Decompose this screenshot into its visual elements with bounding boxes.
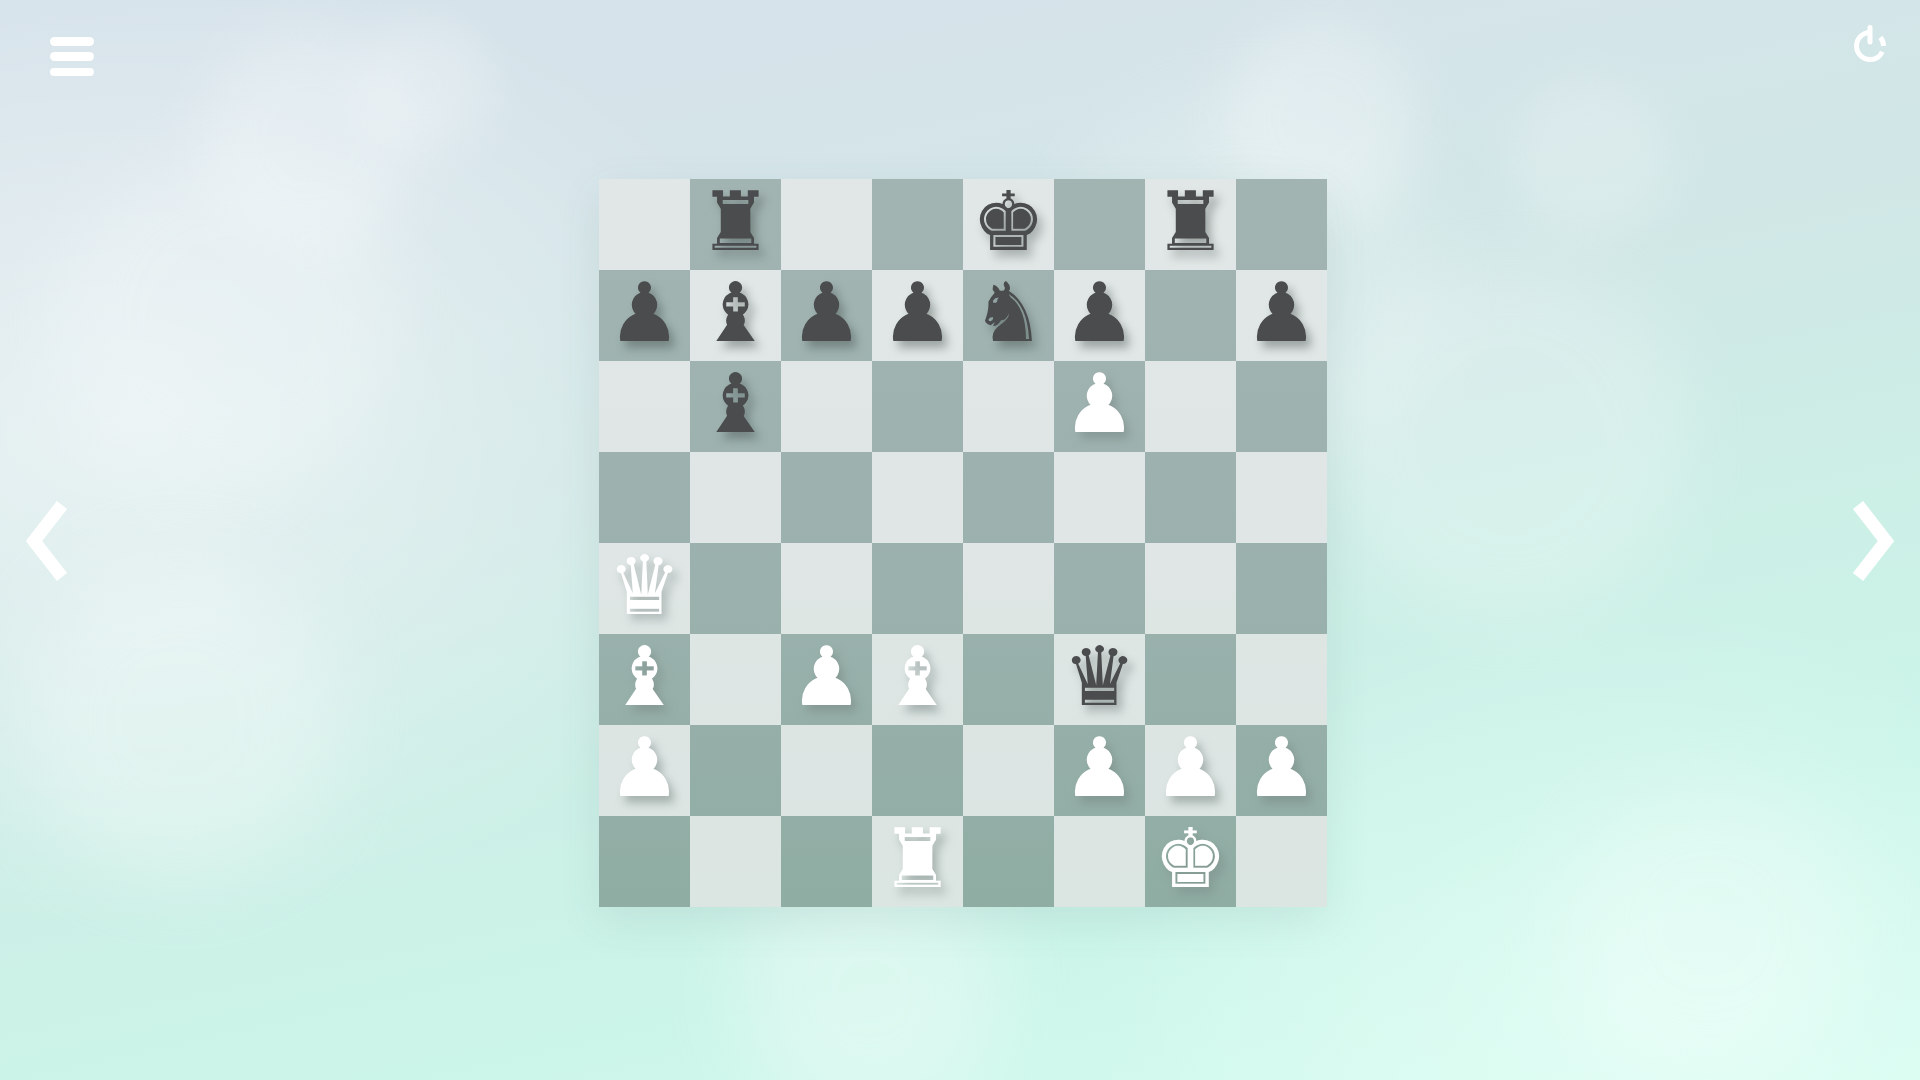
black-king[interactable]: ♚ xyxy=(972,181,1046,263)
square-b1[interactable] xyxy=(690,816,781,907)
bokeh-circle xyxy=(1330,260,1690,620)
square-e3[interactable] xyxy=(963,634,1054,725)
bokeh-circle xyxy=(360,20,490,150)
black-pawn[interactable]: ♟ xyxy=(608,272,682,354)
square-e2[interactable] xyxy=(963,725,1054,816)
square-f3[interactable]: ♛ xyxy=(1054,634,1145,725)
square-h1[interactable] xyxy=(1236,816,1327,907)
square-f5[interactable] xyxy=(1054,452,1145,543)
square-d1[interactable]: ♜ xyxy=(872,816,963,907)
chevron-left-icon xyxy=(24,499,72,583)
square-f2[interactable]: ♟ xyxy=(1054,725,1145,816)
square-e6[interactable] xyxy=(963,361,1054,452)
square-d4[interactable] xyxy=(872,543,963,634)
square-f6[interactable]: ♟ xyxy=(1054,361,1145,452)
square-h3[interactable] xyxy=(1236,634,1327,725)
square-c2[interactable] xyxy=(781,725,872,816)
square-c3[interactable]: ♟ xyxy=(781,634,872,725)
square-g1[interactable]: ♚ xyxy=(1145,816,1236,907)
square-b7[interactable]: ♝ xyxy=(690,270,781,361)
square-a7[interactable]: ♟ xyxy=(599,270,690,361)
square-a3[interactable]: ♝ xyxy=(599,634,690,725)
square-d7[interactable]: ♟ xyxy=(872,270,963,361)
white-pawn[interactable]: ♟ xyxy=(790,636,864,718)
square-e4[interactable] xyxy=(963,543,1054,634)
black-queen[interactable]: ♛ xyxy=(1063,636,1137,718)
black-bishop[interactable]: ♝ xyxy=(699,363,773,445)
bokeh-circle xyxy=(20,560,340,880)
square-g6[interactable] xyxy=(1145,361,1236,452)
square-c4[interactable] xyxy=(781,543,872,634)
square-g5[interactable] xyxy=(1145,452,1236,543)
white-bishop[interactable]: ♝ xyxy=(881,636,955,718)
white-bishop[interactable]: ♝ xyxy=(608,636,682,718)
square-b3[interactable] xyxy=(690,634,781,725)
square-c7[interactable]: ♟ xyxy=(781,270,872,361)
bokeh-circle xyxy=(200,30,420,250)
square-g8[interactable]: ♜ xyxy=(1145,179,1236,270)
white-pawn[interactable]: ♟ xyxy=(1245,727,1319,809)
power-icon xyxy=(1850,24,1890,64)
square-a4[interactable]: ♛ xyxy=(599,543,690,634)
bokeh-circle xyxy=(1510,80,1670,240)
square-h4[interactable] xyxy=(1236,543,1327,634)
square-c1[interactable] xyxy=(781,816,872,907)
square-a2[interactable]: ♟ xyxy=(599,725,690,816)
bokeh-circle xyxy=(60,150,400,490)
square-g3[interactable] xyxy=(1145,634,1236,725)
square-a8[interactable] xyxy=(599,179,690,270)
square-h5[interactable] xyxy=(1236,452,1327,543)
black-knight[interactable]: ♞ xyxy=(972,272,1046,354)
black-pawn[interactable]: ♟ xyxy=(881,272,955,354)
white-pawn[interactable]: ♟ xyxy=(1063,363,1137,445)
white-king[interactable]: ♚ xyxy=(1154,818,1228,900)
square-e7[interactable]: ♞ xyxy=(963,270,1054,361)
square-g2[interactable]: ♟ xyxy=(1145,725,1236,816)
square-a1[interactable] xyxy=(599,816,690,907)
white-pawn[interactable]: ♟ xyxy=(1063,727,1137,809)
white-pawn[interactable]: ♟ xyxy=(608,727,682,809)
square-d5[interactable] xyxy=(872,452,963,543)
square-b4[interactable] xyxy=(690,543,781,634)
square-f1[interactable] xyxy=(1054,816,1145,907)
chess-board[interactable]: ♜♚♜♟♝♟♟♞♟♟♝♟♛♝♟♝♛♟♟♟♟♜♚ xyxy=(599,179,1327,907)
square-f8[interactable] xyxy=(1054,179,1145,270)
square-g4[interactable] xyxy=(1145,543,1236,634)
square-e5[interactable] xyxy=(963,452,1054,543)
black-pawn[interactable]: ♟ xyxy=(790,272,864,354)
square-d3[interactable]: ♝ xyxy=(872,634,963,725)
square-f7[interactable]: ♟ xyxy=(1054,270,1145,361)
black-rook[interactable]: ♜ xyxy=(1154,181,1228,263)
chevron-right-icon xyxy=(1848,499,1896,583)
menu-button[interactable] xyxy=(50,37,94,76)
square-a6[interactable] xyxy=(599,361,690,452)
square-b5[interactable] xyxy=(690,452,781,543)
black-pawn[interactable]: ♟ xyxy=(1063,272,1137,354)
square-c5[interactable] xyxy=(781,452,872,543)
square-b6[interactable]: ♝ xyxy=(690,361,781,452)
square-a5[interactable] xyxy=(599,452,690,543)
white-rook[interactable]: ♜ xyxy=(881,818,955,900)
black-pawn[interactable]: ♟ xyxy=(1245,272,1319,354)
square-c6[interactable] xyxy=(781,361,872,452)
square-c8[interactable] xyxy=(781,179,872,270)
square-h6[interactable] xyxy=(1236,361,1327,452)
white-pawn[interactable]: ♟ xyxy=(1154,727,1228,809)
white-queen[interactable]: ♛ xyxy=(608,545,682,627)
previous-puzzle-button[interactable] xyxy=(24,499,72,583)
black-rook[interactable]: ♜ xyxy=(699,181,773,263)
square-e1[interactable] xyxy=(963,816,1054,907)
square-h7[interactable]: ♟ xyxy=(1236,270,1327,361)
square-h8[interactable] xyxy=(1236,179,1327,270)
square-e8[interactable]: ♚ xyxy=(963,179,1054,270)
power-button[interactable] xyxy=(1850,24,1890,64)
square-d6[interactable] xyxy=(872,361,963,452)
square-d8[interactable] xyxy=(872,179,963,270)
square-b8[interactable]: ♜ xyxy=(690,179,781,270)
square-h2[interactable]: ♟ xyxy=(1236,725,1327,816)
black-bishop[interactable]: ♝ xyxy=(699,272,773,354)
square-b2[interactable] xyxy=(690,725,781,816)
square-g7[interactable] xyxy=(1145,270,1236,361)
bokeh-circle xyxy=(1560,780,1860,1080)
square-f4[interactable] xyxy=(1054,543,1145,634)
square-d2[interactable] xyxy=(872,725,963,816)
next-puzzle-button[interactable] xyxy=(1848,499,1896,583)
